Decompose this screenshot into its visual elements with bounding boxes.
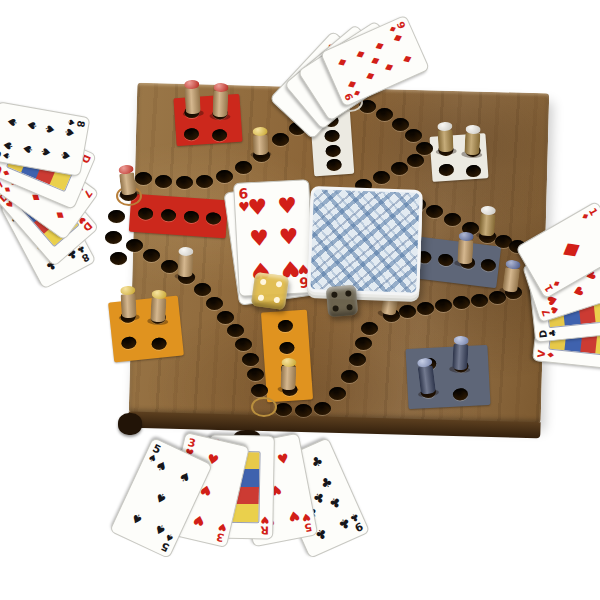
track-hole-20[interactable] bbox=[194, 283, 211, 296]
track-hole-23[interactable] bbox=[227, 324, 244, 337]
die-pip bbox=[258, 294, 265, 301]
draw-deck-tartan-back[interactable] bbox=[307, 186, 423, 296]
red-finish-hole-1[interactable] bbox=[138, 207, 154, 220]
peg-body bbox=[438, 130, 454, 153]
track-hole-4[interactable] bbox=[272, 133, 289, 146]
track-hole-24[interactable] bbox=[235, 338, 252, 351]
yellow-finish-hole-1[interactable] bbox=[278, 320, 294, 333]
card-corner-index: 1♦ bbox=[579, 206, 599, 222]
track-hole-34[interactable] bbox=[355, 337, 372, 350]
card-pip: ♠ bbox=[177, 469, 193, 486]
peg-white-home-peg-1[interactable] bbox=[437, 124, 453, 153]
track-hole-38[interactable] bbox=[417, 302, 434, 315]
card-pip: ♠ bbox=[153, 490, 169, 507]
card-pip: ♠ bbox=[43, 123, 57, 136]
track-hole-32[interactable] bbox=[341, 370, 358, 383]
track-hole-8[interactable] bbox=[196, 175, 213, 188]
card-pip: ♦ bbox=[554, 233, 588, 266]
red-finish-hole-2[interactable] bbox=[161, 209, 177, 222]
track-hole-15[interactable] bbox=[110, 252, 127, 265]
red-finish-hole-3[interactable] bbox=[184, 210, 200, 223]
card-pip: ♠ bbox=[39, 146, 53, 159]
track-hole-46[interactable] bbox=[444, 213, 461, 226]
track-hole-26[interactable] bbox=[247, 368, 264, 381]
track-hole-37[interactable] bbox=[399, 305, 416, 318]
card-pip: ♦ bbox=[335, 55, 350, 70]
card-pip: ♦ bbox=[400, 52, 415, 67]
track-hole-18[interactable] bbox=[161, 260, 178, 273]
track-hole-13[interactable] bbox=[108, 210, 125, 223]
peg-body bbox=[502, 267, 520, 293]
card-pip: ♠ bbox=[21, 142, 35, 155]
track-hole-55[interactable] bbox=[416, 142, 433, 155]
red-finish-hole-4[interactable] bbox=[206, 212, 222, 225]
peg-body bbox=[418, 365, 436, 395]
track-hole-45[interactable] bbox=[426, 205, 443, 218]
card-pip: ♦ bbox=[363, 68, 378, 83]
track-hole-21[interactable] bbox=[206, 297, 223, 310]
red-home-hole-4[interactable] bbox=[212, 129, 228, 142]
card-pip: ♥ bbox=[276, 452, 290, 467]
peg-yellow-track-peg[interactable] bbox=[253, 129, 269, 156]
track-hole-22[interactable] bbox=[217, 311, 234, 324]
tock-board-game-scene: Tock / Tac — wooden 4-player board game … bbox=[0, 0, 600, 600]
peg-yellow-home-peg-1[interactable] bbox=[120, 288, 137, 319]
track-hole-53[interactable] bbox=[392, 118, 409, 131]
track-hole-54[interactable] bbox=[405, 129, 422, 142]
peg-body bbox=[119, 172, 137, 196]
die-pip bbox=[260, 279, 267, 286]
track-hole-7[interactable] bbox=[216, 170, 233, 183]
die-pip bbox=[345, 290, 352, 297]
card-corner-index: V♦ bbox=[537, 349, 557, 359]
peg-body bbox=[280, 366, 296, 391]
card-pip: ♥ bbox=[287, 508, 301, 523]
peg-yellow-finish-peg[interactable] bbox=[280, 360, 296, 391]
track-hole-41[interactable] bbox=[471, 294, 488, 307]
peg-white-track-peg-right[interactable] bbox=[479, 208, 496, 237]
die-smoke-die[interactable] bbox=[326, 285, 359, 318]
track-hole-14[interactable] bbox=[105, 231, 122, 244]
die-pip bbox=[331, 291, 338, 298]
track-hole-56[interactable] bbox=[407, 154, 424, 167]
track-hole-35[interactable] bbox=[361, 322, 378, 335]
track-hole-16[interactable] bbox=[126, 239, 143, 252]
track-hole-27[interactable] bbox=[251, 384, 268, 397]
track-hole-58[interactable] bbox=[373, 171, 390, 184]
white-finish-hole-4[interactable] bbox=[326, 158, 342, 171]
track-hole-11[interactable] bbox=[135, 172, 152, 185]
track-hole-28[interactable] bbox=[275, 403, 292, 416]
white-home-hole-3[interactable] bbox=[438, 163, 454, 176]
card-pip: ♥ bbox=[570, 285, 585, 299]
card-pip: ♠ bbox=[62, 126, 76, 139]
peg-body bbox=[184, 88, 200, 115]
board-foot bbox=[118, 413, 142, 435]
peg-body bbox=[212, 91, 228, 118]
card-pip: ♥ bbox=[192, 512, 206, 527]
die-pip bbox=[273, 296, 280, 303]
card-pip: ♦ bbox=[372, 39, 387, 54]
card-corner-index: 5♥ bbox=[301, 511, 314, 533]
die-pip bbox=[275, 281, 282, 288]
peg-blue-finish-peg[interactable] bbox=[457, 234, 474, 265]
card-pip: ♥ bbox=[247, 196, 268, 219]
die-amber-die[interactable] bbox=[251, 272, 289, 310]
peg-body bbox=[178, 255, 194, 278]
peg-body bbox=[253, 135, 269, 156]
track-hole-9[interactable] bbox=[176, 176, 193, 189]
yellow-home-hole-3[interactable] bbox=[121, 336, 137, 350]
peg-white-home-peg-2[interactable] bbox=[464, 127, 480, 156]
track-hole-52[interactable] bbox=[376, 108, 393, 121]
peg-yellow-home-peg-2[interactable] bbox=[150, 292, 167, 323]
card-corner-index: 3♥ bbox=[215, 521, 228, 543]
yellow-finish-hole-2[interactable] bbox=[279, 341, 295, 354]
blue-finish-hole-4[interactable] bbox=[480, 258, 496, 272]
white-finish-hole-3[interactable] bbox=[325, 144, 341, 157]
card-pip: ♠ bbox=[25, 120, 39, 133]
track-hole-30[interactable] bbox=[314, 402, 331, 415]
die-pip bbox=[332, 305, 339, 312]
track-hole-6[interactable] bbox=[235, 161, 252, 174]
peg-white-track-peg-left[interactable] bbox=[178, 249, 194, 278]
peg-red-home-peg-2[interactable] bbox=[212, 85, 228, 118]
track-hole-57[interactable] bbox=[391, 162, 408, 175]
blue-home-hole-4[interactable] bbox=[453, 388, 469, 401]
track-hole-33[interactable] bbox=[349, 353, 366, 366]
peg-red-home-peg-1[interactable] bbox=[184, 82, 201, 115]
card-pip: ♦ bbox=[52, 207, 68, 223]
card-pip: ♠ bbox=[129, 510, 145, 527]
peg-body bbox=[479, 213, 495, 236]
card-pip: ♠ bbox=[2, 139, 16, 152]
track-hole-31[interactable] bbox=[329, 387, 346, 400]
track-hole-10[interactable] bbox=[155, 175, 172, 188]
track-hole-29[interactable] bbox=[295, 404, 312, 417]
blue-finish-hole-2[interactable] bbox=[438, 253, 454, 267]
card-pip: ♣ bbox=[309, 454, 325, 471]
red-home-hole-3[interactable] bbox=[184, 128, 200, 141]
die-pip bbox=[346, 304, 353, 311]
peg-body bbox=[452, 344, 468, 371]
yellow-home-hole-4[interactable] bbox=[151, 337, 167, 351]
card-pip: ♣ bbox=[327, 495, 343, 512]
plate-red-home bbox=[173, 94, 242, 146]
peg-blue-home-peg-1[interactable] bbox=[452, 338, 469, 371]
track-hole-40[interactable] bbox=[453, 296, 470, 309]
card-pip: ♠ bbox=[58, 149, 72, 162]
plate-red-finish bbox=[129, 194, 228, 239]
card-corner-index: 9♣ bbox=[348, 511, 365, 534]
card-pip: ♥ bbox=[278, 226, 299, 249]
card-pip: ♥ bbox=[249, 227, 270, 250]
track-hole-17[interactable] bbox=[143, 249, 160, 262]
peg-body bbox=[150, 298, 166, 323]
peg-body bbox=[457, 240, 473, 265]
peg-red-start-peg[interactable] bbox=[118, 166, 136, 196]
card-corner-index: 7♥ bbox=[541, 304, 562, 318]
track-hole-39[interactable] bbox=[435, 299, 452, 312]
white-finish-hole-2[interactable] bbox=[324, 129, 340, 142]
card-corner-index: D♣ bbox=[538, 328, 558, 338]
white-home-hole-4[interactable] bbox=[466, 165, 482, 178]
card-pip: ♠ bbox=[6, 116, 20, 129]
start-ring-2 bbox=[251, 397, 277, 417]
plate-yellow-home bbox=[108, 296, 184, 363]
card-corner-index: R♥ bbox=[260, 514, 269, 535]
card-pip: ♥ bbox=[277, 194, 298, 217]
peg-body bbox=[464, 133, 480, 156]
track-hole-25[interactable] bbox=[242, 353, 259, 366]
peg-body bbox=[121, 294, 137, 319]
